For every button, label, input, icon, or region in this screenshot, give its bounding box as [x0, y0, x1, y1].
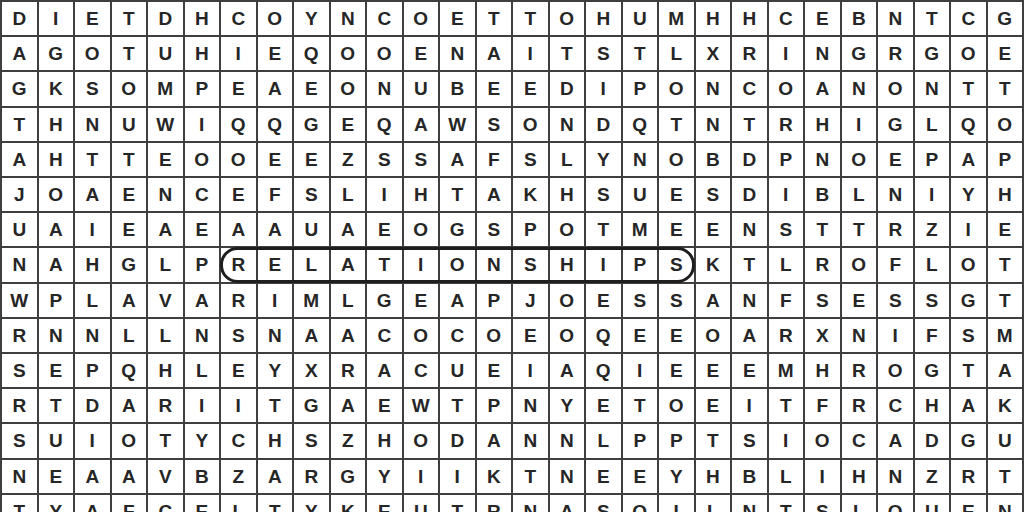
grid-cell-r14-c0[interactable]: T	[2, 495, 37, 512]
grid-cell-r0-c26[interactable]: C	[951, 2, 986, 35]
grid-cell-r4-c25[interactable]: P	[915, 143, 950, 176]
grid-cell-r4-c5[interactable]: O	[185, 143, 220, 176]
grid-cell-r7-c5[interactable]: P	[185, 248, 220, 281]
grid-cell-r6-c22[interactable]: T	[805, 213, 840, 246]
grid-cell-r3-c26[interactable]: Q	[951, 108, 986, 141]
grid-cell-r9-c8[interactable]: A	[294, 319, 329, 352]
grid-cell-r6-c3[interactable]: E	[112, 213, 147, 246]
grid-cell-r7-c15[interactable]: H	[550, 248, 585, 281]
grid-cell-r11-c8[interactable]: G	[294, 389, 329, 422]
grid-cell-r1-c27[interactable]: E	[988, 37, 1023, 70]
grid-cell-r10-c3[interactable]: Q	[112, 354, 147, 387]
grid-cell-r6-c1[interactable]: A	[39, 213, 74, 246]
grid-cell-r5-c7[interactable]: F	[258, 178, 293, 211]
grid-cell-r9-c24[interactable]: I	[878, 319, 913, 352]
grid-cell-r3-c15[interactable]: N	[550, 108, 585, 141]
grid-cell-r12-c1[interactable]: U	[39, 424, 74, 457]
grid-cell-r5-c1[interactable]: O	[39, 178, 74, 211]
grid-cell-r10-c4[interactable]: H	[148, 354, 183, 387]
grid-cell-r2-c21[interactable]: O	[769, 72, 804, 105]
grid-cell-r5-c19[interactable]: S	[696, 178, 731, 211]
grid-cell-r8-c3[interactable]: A	[112, 284, 147, 317]
grid-cell-r7-c9[interactable]: A	[331, 248, 366, 281]
grid-cell-r14-c23[interactable]: L	[842, 495, 877, 512]
grid-cell-r6-c11[interactable]: O	[404, 213, 439, 246]
grid-cell-r7-c4[interactable]: L	[148, 248, 183, 281]
grid-cell-r10-c7[interactable]: Y	[258, 354, 293, 387]
grid-cell-r0-c0[interactable]: D	[2, 2, 37, 35]
grid-cell-r10-c21[interactable]: M	[769, 354, 804, 387]
grid-cell-r13-c24[interactable]: N	[878, 460, 913, 493]
grid-cell-r8-c10[interactable]: G	[367, 284, 402, 317]
grid-cell-r10-c22[interactable]: H	[805, 354, 840, 387]
grid-cell-r9-c12[interactable]: C	[440, 319, 475, 352]
grid-cell-r13-c16[interactable]: E	[586, 460, 621, 493]
grid-cell-r11-c15[interactable]: Y	[550, 389, 585, 422]
grid-cell-r1-c17[interactable]: T	[623, 37, 658, 70]
grid-cell-r2-c13[interactable]: E	[477, 72, 512, 105]
grid-cell-r1-c22[interactable]: N	[805, 37, 840, 70]
grid-cell-r0-c23[interactable]: B	[842, 2, 877, 35]
grid-cell-r8-c19[interactable]: A	[696, 284, 731, 317]
grid-cell-r12-c23[interactable]: C	[842, 424, 877, 457]
grid-cell-r5-c2[interactable]: A	[75, 178, 110, 211]
grid-cell-r8-c17[interactable]: S	[623, 284, 658, 317]
grid-cell-r2-c23[interactable]: N	[842, 72, 877, 105]
grid-cell-r5-c4[interactable]: N	[148, 178, 183, 211]
grid-cell-r13-c18[interactable]: Y	[659, 460, 694, 493]
grid-cell-r5-c13[interactable]: A	[477, 178, 512, 211]
grid-cell-r10-c20[interactable]: E	[732, 354, 767, 387]
grid-cell-r7-c26[interactable]: O	[951, 248, 986, 281]
grid-cell-r12-c27[interactable]: U	[988, 424, 1023, 457]
grid-cell-r3-c27[interactable]: O	[988, 108, 1023, 141]
grid-cell-r8-c27[interactable]: T	[988, 284, 1023, 317]
grid-cell-r9-c27[interactable]: M	[988, 319, 1023, 352]
grid-cell-r2-c12[interactable]: B	[440, 72, 475, 105]
grid-cell-r5-c20[interactable]: D	[732, 178, 767, 211]
grid-cell-r4-c16[interactable]: Y	[586, 143, 621, 176]
grid-cell-r12-c7[interactable]: H	[258, 424, 293, 457]
grid-cell-r0-c9[interactable]: N	[331, 2, 366, 35]
grid-cell-r13-c6[interactable]: Z	[221, 460, 256, 493]
grid-cell-r4-c26[interactable]: A	[951, 143, 986, 176]
grid-cell-r5-c8[interactable]: S	[294, 178, 329, 211]
grid-cell-r6-c9[interactable]: A	[331, 213, 366, 246]
grid-cell-r6-c6[interactable]: A	[221, 213, 256, 246]
grid-cell-r12-c0[interactable]: S	[2, 424, 37, 457]
grid-cell-r12-c25[interactable]: D	[915, 424, 950, 457]
grid-cell-r10-c5[interactable]: L	[185, 354, 220, 387]
grid-cell-r14-c7[interactable]: T	[258, 495, 293, 512]
grid-cell-r6-c0[interactable]: U	[2, 213, 37, 246]
grid-cell-r13-c0[interactable]: N	[2, 460, 37, 493]
grid-cell-r5-c21[interactable]: I	[769, 178, 804, 211]
grid-cell-r5-c11[interactable]: H	[404, 178, 439, 211]
grid-cell-r1-c9[interactable]: O	[331, 37, 366, 70]
grid-cell-r8-c6[interactable]: R	[221, 284, 256, 317]
grid-cell-r14-c5[interactable]: E	[185, 495, 220, 512]
grid-cell-r8-c16[interactable]: E	[586, 284, 621, 317]
grid-cell-r12-c18[interactable]: P	[659, 424, 694, 457]
grid-cell-r0-c24[interactable]: N	[878, 2, 913, 35]
grid-cell-r13-c8[interactable]: R	[294, 460, 329, 493]
grid-cell-r0-c7[interactable]: O	[258, 2, 293, 35]
grid-cell-r10-c15[interactable]: A	[550, 354, 585, 387]
grid-cell-r1-c16[interactable]: S	[586, 37, 621, 70]
grid-cell-r4-c27[interactable]: P	[988, 143, 1023, 176]
grid-cell-r6-c8[interactable]: U	[294, 213, 329, 246]
grid-cell-r3-c24[interactable]: G	[878, 108, 913, 141]
grid-cell-r7-c17[interactable]: P	[623, 248, 658, 281]
grid-cell-r0-c3[interactable]: T	[112, 2, 147, 35]
grid-cell-r4-c18[interactable]: O	[659, 143, 694, 176]
grid-cell-r2-c6[interactable]: E	[221, 72, 256, 105]
grid-cell-r3-c8[interactable]: G	[294, 108, 329, 141]
grid-cell-r2-c19[interactable]: N	[696, 72, 731, 105]
grid-cell-r2-c10[interactable]: N	[367, 72, 402, 105]
grid-cell-r9-c13[interactable]: O	[477, 319, 512, 352]
grid-cell-r11-c20[interactable]: I	[732, 389, 767, 422]
grid-cell-r10-c13[interactable]: E	[477, 354, 512, 387]
grid-cell-r11-c19[interactable]: E	[696, 389, 731, 422]
grid-cell-r5-c9[interactable]: L	[331, 178, 366, 211]
grid-cell-r1-c6[interactable]: I	[221, 37, 256, 70]
grid-cell-r3-c12[interactable]: W	[440, 108, 475, 141]
grid-cell-r11-c5[interactable]: I	[185, 389, 220, 422]
grid-cell-r3-c2[interactable]: N	[75, 108, 110, 141]
grid-cell-r12-c14[interactable]: N	[513, 424, 548, 457]
grid-cell-r14-c9[interactable]: K	[331, 495, 366, 512]
grid-cell-r0-c20[interactable]: H	[732, 2, 767, 35]
grid-cell-r3-c18[interactable]: T	[659, 108, 694, 141]
grid-cell-r14-c13[interactable]: R	[477, 495, 512, 512]
grid-cell-r14-c21[interactable]: T	[769, 495, 804, 512]
grid-cell-r14-c15[interactable]: A	[550, 495, 585, 512]
grid-cell-r14-c1[interactable]: Y	[39, 495, 74, 512]
grid-cell-r13-c22[interactable]: I	[805, 460, 840, 493]
grid-cell-r5-c12[interactable]: T	[440, 178, 475, 211]
grid-cell-r9-c21[interactable]: R	[769, 319, 804, 352]
grid-cell-r3-c1[interactable]: H	[39, 108, 74, 141]
grid-cell-r4-c8[interactable]: E	[294, 143, 329, 176]
grid-cell-r11-c6[interactable]: I	[221, 389, 256, 422]
grid-cell-r9-c10[interactable]: C	[367, 319, 402, 352]
grid-cell-r3-c10[interactable]: Q	[367, 108, 402, 141]
grid-cell-r0-c19[interactable]: H	[696, 2, 731, 35]
grid-cell-r3-c11[interactable]: A	[404, 108, 439, 141]
grid-cell-r11-c3[interactable]: A	[112, 389, 147, 422]
grid-cell-r11-c21[interactable]: T	[769, 389, 804, 422]
grid-cell-r13-c7[interactable]: A	[258, 460, 293, 493]
grid-cell-r10-c2[interactable]: P	[75, 354, 110, 387]
grid-cell-r7-c2[interactable]: H	[75, 248, 110, 281]
grid-cell-r13-c12[interactable]: I	[440, 460, 475, 493]
grid-cell-r9-c22[interactable]: X	[805, 319, 840, 352]
grid-cell-r7-c14[interactable]: S	[513, 248, 548, 281]
grid-cell-r9-c17[interactable]: E	[623, 319, 658, 352]
grid-cell-r14-c20[interactable]: N	[732, 495, 767, 512]
grid-cell-r4-c22[interactable]: N	[805, 143, 840, 176]
grid-cell-r0-c22[interactable]: E	[805, 2, 840, 35]
grid-cell-r11-c25[interactable]: H	[915, 389, 950, 422]
grid-cell-r14-c14[interactable]: N	[513, 495, 548, 512]
grid-cell-r7-c13[interactable]: N	[477, 248, 512, 281]
grid-cell-r13-c21[interactable]: L	[769, 460, 804, 493]
grid-cell-r3-c7[interactable]: Q	[258, 108, 293, 141]
grid-cell-r0-c25[interactable]: T	[915, 2, 950, 35]
grid-cell-r0-c4[interactable]: D	[148, 2, 183, 35]
grid-cell-r7-c6[interactable]: R	[221, 248, 256, 281]
grid-cell-r1-c26[interactable]: O	[951, 37, 986, 70]
grid-cell-r8-c25[interactable]: S	[915, 284, 950, 317]
grid-cell-r3-c16[interactable]: D	[586, 108, 621, 141]
grid-cell-r12-c15[interactable]: N	[550, 424, 585, 457]
grid-cell-r1-c23[interactable]: G	[842, 37, 877, 70]
grid-cell-r7-c16[interactable]: I	[586, 248, 621, 281]
grid-cell-r3-c13[interactable]: S	[477, 108, 512, 141]
grid-cell-r0-c21[interactable]: C	[769, 2, 804, 35]
grid-cell-r4-c2[interactable]: T	[75, 143, 110, 176]
grid-cell-r7-c21[interactable]: L	[769, 248, 804, 281]
grid-cell-r14-c10[interactable]: E	[367, 495, 402, 512]
grid-cell-r0-c16[interactable]: H	[586, 2, 621, 35]
grid-cell-r8-c9[interactable]: L	[331, 284, 366, 317]
grid-cell-r12-c2[interactable]: I	[75, 424, 110, 457]
grid-cell-r7-c22[interactable]: R	[805, 248, 840, 281]
grid-cell-r4-c1[interactable]: H	[39, 143, 74, 176]
grid-cell-r9-c1[interactable]: N	[39, 319, 74, 352]
grid-cell-r1-c5[interactable]: H	[185, 37, 220, 70]
grid-cell-r12-c16[interactable]: L	[586, 424, 621, 457]
grid-cell-r13-c27[interactable]: T	[988, 460, 1023, 493]
grid-cell-r2-c20[interactable]: C	[732, 72, 767, 105]
grid-cell-r13-c14[interactable]: T	[513, 460, 548, 493]
grid-cell-r0-c15[interactable]: O	[550, 2, 585, 35]
grid-cell-r2-c8[interactable]: E	[294, 72, 329, 105]
grid-cell-r13-c4[interactable]: V	[148, 460, 183, 493]
grid-cell-r1-c1[interactable]: G	[39, 37, 74, 70]
grid-cell-r8-c21[interactable]: F	[769, 284, 804, 317]
grid-cell-r3-c6[interactable]: Q	[221, 108, 256, 141]
grid-cell-r5-c0[interactable]: J	[2, 178, 37, 211]
grid-cell-r2-c7[interactable]: A	[258, 72, 293, 105]
grid-cell-r11-c17[interactable]: T	[623, 389, 658, 422]
grid-cell-r8-c13[interactable]: P	[477, 284, 512, 317]
grid-cell-r13-c5[interactable]: B	[185, 460, 220, 493]
grid-cell-r9-c26[interactable]: S	[951, 319, 986, 352]
grid-cell-r10-c17[interactable]: I	[623, 354, 658, 387]
grid-cell-r4-c4[interactable]: E	[148, 143, 183, 176]
grid-cell-r10-c24[interactable]: O	[878, 354, 913, 387]
grid-cell-r0-c6[interactable]: C	[221, 2, 256, 35]
grid-cell-r5-c18[interactable]: E	[659, 178, 694, 211]
grid-cell-r10-c12[interactable]: U	[440, 354, 475, 387]
grid-cell-r13-c2[interactable]: A	[75, 460, 110, 493]
grid-cell-r7-c27[interactable]: T	[988, 248, 1023, 281]
grid-cell-r9-c3[interactable]: L	[112, 319, 147, 352]
grid-cell-r0-c13[interactable]: T	[477, 2, 512, 35]
grid-cell-r7-c18[interactable]: S	[659, 248, 694, 281]
grid-cell-r6-c15[interactable]: O	[550, 213, 585, 246]
grid-cell-r3-c0[interactable]: T	[2, 108, 37, 141]
grid-cell-r13-c23[interactable]: H	[842, 460, 877, 493]
grid-cell-r4-c20[interactable]: D	[732, 143, 767, 176]
grid-cell-r5-c5[interactable]: C	[185, 178, 220, 211]
grid-cell-r6-c7[interactable]: A	[258, 213, 293, 246]
grid-cell-r3-c3[interactable]: U	[112, 108, 147, 141]
grid-cell-r3-c22[interactable]: H	[805, 108, 840, 141]
grid-cell-r13-c19[interactable]: H	[696, 460, 731, 493]
grid-cell-r9-c23[interactable]: N	[842, 319, 877, 352]
grid-cell-r4-c19[interactable]: B	[696, 143, 731, 176]
grid-cell-r8-c8[interactable]: M	[294, 284, 329, 317]
grid-cell-r5-c17[interactable]: U	[623, 178, 658, 211]
grid-cell-r5-c27[interactable]: H	[988, 178, 1023, 211]
grid-cell-r11-c1[interactable]: T	[39, 389, 74, 422]
grid-cell-r9-c25[interactable]: F	[915, 319, 950, 352]
grid-cell-r1-c0[interactable]: A	[2, 37, 37, 70]
grid-cell-r10-c16[interactable]: Q	[586, 354, 621, 387]
grid-cell-r6-c20[interactable]: N	[732, 213, 767, 246]
grid-cell-r8-c15[interactable]: O	[550, 284, 585, 317]
grid-cell-r7-c0[interactable]: N	[2, 248, 37, 281]
grid-cell-r4-c23[interactable]: O	[842, 143, 877, 176]
grid-cell-r13-c13[interactable]: K	[477, 460, 512, 493]
grid-cell-r5-c10[interactable]: I	[367, 178, 402, 211]
grid-cell-r11-c22[interactable]: F	[805, 389, 840, 422]
grid-cell-r8-c14[interactable]: J	[513, 284, 548, 317]
grid-cell-r4-c21[interactable]: P	[769, 143, 804, 176]
grid-cell-r12-c5[interactable]: Y	[185, 424, 220, 457]
grid-cell-r1-c7[interactable]: E	[258, 37, 293, 70]
grid-cell-r5-c22[interactable]: B	[805, 178, 840, 211]
grid-cell-r1-c8[interactable]: Q	[294, 37, 329, 70]
grid-cell-r14-c26[interactable]: E	[951, 495, 986, 512]
grid-cell-r7-c12[interactable]: O	[440, 248, 475, 281]
grid-cell-r1-c12[interactable]: N	[440, 37, 475, 70]
grid-cell-r14-c22[interactable]: S	[805, 495, 840, 512]
grid-cell-r11-c9[interactable]: A	[331, 389, 366, 422]
grid-cell-r8-c0[interactable]: W	[2, 284, 37, 317]
grid-cell-r9-c2[interactable]: N	[75, 319, 110, 352]
grid-cell-r7-c23[interactable]: O	[842, 248, 877, 281]
grid-cell-r2-c9[interactable]: O	[331, 72, 366, 105]
grid-cell-r11-c0[interactable]: R	[2, 389, 37, 422]
grid-cell-r8-c22[interactable]: S	[805, 284, 840, 317]
grid-cell-r8-c23[interactable]: E	[842, 284, 877, 317]
grid-cell-r10-c8[interactable]: X	[294, 354, 329, 387]
grid-cell-r6-c23[interactable]: T	[842, 213, 877, 246]
grid-cell-r12-c21[interactable]: I	[769, 424, 804, 457]
grid-cell-r3-c5[interactable]: I	[185, 108, 220, 141]
grid-cell-r14-c6[interactable]: L	[221, 495, 256, 512]
grid-cell-r6-c17[interactable]: M	[623, 213, 658, 246]
grid-cell-r11-c7[interactable]: T	[258, 389, 293, 422]
grid-cell-r12-c4[interactable]: T	[148, 424, 183, 457]
grid-cell-r9-c6[interactable]: S	[221, 319, 256, 352]
grid-cell-r2-c14[interactable]: E	[513, 72, 548, 105]
grid-cell-r11-c18[interactable]: O	[659, 389, 694, 422]
grid-cell-r6-c13[interactable]: S	[477, 213, 512, 246]
grid-cell-r9-c20[interactable]: A	[732, 319, 767, 352]
grid-cell-r6-c10[interactable]: E	[367, 213, 402, 246]
grid-cell-r3-c20[interactable]: T	[732, 108, 767, 141]
grid-cell-r4-c3[interactable]: T	[112, 143, 147, 176]
grid-cell-r4-c17[interactable]: N	[623, 143, 658, 176]
grid-cell-r8-c7[interactable]: I	[258, 284, 293, 317]
grid-cell-r2-c0[interactable]: G	[2, 72, 37, 105]
grid-cell-r7-c10[interactable]: T	[367, 248, 402, 281]
grid-cell-r8-c24[interactable]: S	[878, 284, 913, 317]
grid-cell-r6-c25[interactable]: Z	[915, 213, 950, 246]
grid-cell-r6-c18[interactable]: E	[659, 213, 694, 246]
grid-cell-r9-c18[interactable]: E	[659, 319, 694, 352]
grid-cell-r6-c24[interactable]: R	[878, 213, 913, 246]
grid-cell-r7-c20[interactable]: T	[732, 248, 767, 281]
grid-cell-r14-c18[interactable]: I	[659, 495, 694, 512]
grid-cell-r3-c19[interactable]: N	[696, 108, 731, 141]
grid-cell-r7-c19[interactable]: K	[696, 248, 731, 281]
grid-cell-r8-c5[interactable]: A	[185, 284, 220, 317]
grid-cell-r12-c9[interactable]: Z	[331, 424, 366, 457]
grid-cell-r0-c10[interactable]: C	[367, 2, 402, 35]
grid-cell-r14-c24[interactable]: O	[878, 495, 913, 512]
grid-cell-r11-c14[interactable]: N	[513, 389, 548, 422]
grid-cell-r0-c17[interactable]: U	[623, 2, 658, 35]
grid-cell-r12-c3[interactable]: O	[112, 424, 147, 457]
grid-cell-r5-c14[interactable]: K	[513, 178, 548, 211]
grid-cell-r4-c14[interactable]: S	[513, 143, 548, 176]
grid-cell-r1-c4[interactable]: U	[148, 37, 183, 70]
grid-cell-r1-c18[interactable]: L	[659, 37, 694, 70]
grid-cell-r2-c5[interactable]: P	[185, 72, 220, 105]
grid-cell-r13-c11[interactable]: I	[404, 460, 439, 493]
grid-cell-r7-c24[interactable]: F	[878, 248, 913, 281]
grid-cell-r4-c9[interactable]: Z	[331, 143, 366, 176]
grid-cell-r14-c12[interactable]: T	[440, 495, 475, 512]
grid-cell-r7-c1[interactable]: A	[39, 248, 74, 281]
grid-cell-r4-c7[interactable]: E	[258, 143, 293, 176]
grid-cell-r14-c16[interactable]: S	[586, 495, 621, 512]
grid-cell-r8-c11[interactable]: E	[404, 284, 439, 317]
grid-cell-r12-c24[interactable]: A	[878, 424, 913, 457]
grid-cell-r9-c5[interactable]: N	[185, 319, 220, 352]
grid-cell-r12-c19[interactable]: T	[696, 424, 731, 457]
grid-cell-r3-c21[interactable]: R	[769, 108, 804, 141]
grid-cell-r9-c16[interactable]: Q	[586, 319, 621, 352]
grid-cell-r0-c18[interactable]: M	[659, 2, 694, 35]
grid-cell-r5-c16[interactable]: S	[586, 178, 621, 211]
grid-cell-r12-c8[interactable]: S	[294, 424, 329, 457]
grid-cell-r1-c24[interactable]: R	[878, 37, 913, 70]
grid-cell-r11-c11[interactable]: W	[404, 389, 439, 422]
grid-cell-r6-c27[interactable]: E	[988, 213, 1023, 246]
grid-cell-r13-c9[interactable]: G	[331, 460, 366, 493]
grid-cell-r7-c3[interactable]: G	[112, 248, 147, 281]
grid-cell-r8-c2[interactable]: L	[75, 284, 110, 317]
grid-cell-r12-c13[interactable]: A	[477, 424, 512, 457]
grid-cell-r0-c8[interactable]: Y	[294, 2, 329, 35]
grid-cell-r13-c3[interactable]: A	[112, 460, 147, 493]
grid-cell-r4-c24[interactable]: E	[878, 143, 913, 176]
grid-cell-r14-c2[interactable]: A	[75, 495, 110, 512]
grid-cell-r10-c11[interactable]: C	[404, 354, 439, 387]
grid-cell-r9-c14[interactable]: E	[513, 319, 548, 352]
grid-cell-r2-c11[interactable]: U	[404, 72, 439, 105]
grid-cell-r1-c3[interactable]: T	[112, 37, 147, 70]
grid-cell-r4-c0[interactable]: A	[2, 143, 37, 176]
